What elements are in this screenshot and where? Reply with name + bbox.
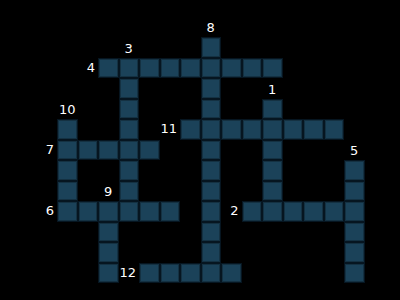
crossword-cell-r8c2[interactable]: [98, 201, 119, 222]
crossword-cell-r5c4[interactable]: [139, 140, 160, 161]
crossword-cell-r1c2[interactable]: [98, 58, 119, 79]
crossword-cell-r7c10[interactable]: [262, 181, 283, 202]
clue-number-2: 2: [207, 204, 239, 218]
clue-number-12: 12: [104, 266, 136, 280]
crossword-cell-r7c14[interactable]: [344, 181, 365, 202]
crossword-cell-r8c1[interactable]: [78, 201, 99, 222]
crossword-cell-r0c7[interactable]: [201, 37, 222, 58]
crossword-cell-r4c8[interactable]: [221, 119, 242, 140]
clue-number-8: 8: [207, 21, 215, 35]
crossword-cell-r11c6[interactable]: [180, 263, 201, 284]
crossword-cell-r4c6[interactable]: [180, 119, 201, 140]
crossword-cell-r4c9[interactable]: [242, 119, 263, 140]
crossword-cell-r5c1[interactable]: [78, 140, 99, 161]
crossword-cell-r4c0[interactable]: [57, 119, 78, 140]
clue-number-6: 6: [22, 204, 54, 218]
crossword-cell-r1c8[interactable]: [221, 58, 242, 79]
crossword-cell-r1c4[interactable]: [139, 58, 160, 79]
crossword-cell-r11c5[interactable]: [160, 263, 181, 284]
crossword-cell-r11c7[interactable]: [201, 263, 222, 284]
crossword-cell-r1c6[interactable]: [180, 58, 201, 79]
crossword-cell-r11c4[interactable]: [139, 263, 160, 284]
crossword-cell-r8c11[interactable]: [283, 201, 304, 222]
crossword-cell-r7c0[interactable]: [57, 181, 78, 202]
crossword-screen: 123456789101112: [0, 0, 400, 300]
crossword-cell-r4c11[interactable]: [283, 119, 304, 140]
crossword-cell-r9c7[interactable]: [201, 222, 222, 243]
crossword-cell-r8c10[interactable]: [262, 201, 283, 222]
crossword-cell-r8c9[interactable]: [242, 201, 263, 222]
crossword-cell-r8c12[interactable]: [303, 201, 324, 222]
clue-number-1: 1: [268, 83, 276, 97]
crossword-cell-r4c10[interactable]: [262, 119, 283, 140]
clue-number-9: 9: [104, 185, 112, 199]
crossword-cell-r10c14[interactable]: [344, 242, 365, 263]
crossword-cell-r2c7[interactable]: [201, 78, 222, 99]
crossword-cell-r9c2[interactable]: [98, 222, 119, 243]
crossword-board: 123456789101112: [57, 37, 365, 283]
crossword-cell-r5c10[interactable]: [262, 140, 283, 161]
crossword-cell-r10c7[interactable]: [201, 242, 222, 263]
crossword-cell-r5c2[interactable]: [98, 140, 119, 161]
crossword-cell-r3c3[interactable]: [119, 99, 140, 120]
clue-number-4: 4: [63, 61, 95, 75]
crossword-cell-r8c13[interactable]: [324, 201, 345, 222]
crossword-cell-r11c8[interactable]: [221, 263, 242, 284]
crossword-cell-r5c7[interactable]: [201, 140, 222, 161]
crossword-cell-r3c10[interactable]: [262, 99, 283, 120]
crossword-cell-r6c3[interactable]: [119, 160, 140, 181]
crossword-cell-r2c3[interactable]: [119, 78, 140, 99]
clue-number-11: 11: [145, 122, 177, 136]
crossword-cell-r8c4[interactable]: [139, 201, 160, 222]
crossword-cell-r1c5[interactable]: [160, 58, 181, 79]
crossword-cell-r1c9[interactable]: [242, 58, 263, 79]
crossword-cell-r5c3[interactable]: [119, 140, 140, 161]
crossword-cell-r6c14[interactable]: [344, 160, 365, 181]
crossword-cell-r10c2[interactable]: [98, 242, 119, 263]
clue-number-7: 7: [22, 143, 54, 157]
crossword-cell-r8c5[interactable]: [160, 201, 181, 222]
crossword-cell-r1c3[interactable]: [119, 58, 140, 79]
crossword-cell-r4c13[interactable]: [324, 119, 345, 140]
crossword-cell-r8c14[interactable]: [344, 201, 365, 222]
crossword-cell-r8c3[interactable]: [119, 201, 140, 222]
crossword-cell-r4c7[interactable]: [201, 119, 222, 140]
crossword-cell-r9c14[interactable]: [344, 222, 365, 243]
clue-number-3: 3: [125, 42, 133, 56]
crossword-cell-r8c0[interactable]: [57, 201, 78, 222]
crossword-cell-r7c3[interactable]: [119, 181, 140, 202]
clue-number-10: 10: [59, 103, 76, 117]
crossword-cell-r6c10[interactable]: [262, 160, 283, 181]
crossword-cell-r1c7[interactable]: [201, 58, 222, 79]
clue-number-5: 5: [350, 144, 358, 158]
crossword-cell-r6c7[interactable]: [201, 160, 222, 181]
crossword-cell-r4c3[interactable]: [119, 119, 140, 140]
crossword-cell-r3c7[interactable]: [201, 99, 222, 120]
crossword-cell-r11c14[interactable]: [344, 263, 365, 284]
crossword-cell-r1c10[interactable]: [262, 58, 283, 79]
crossword-cell-r4c12[interactable]: [303, 119, 324, 140]
crossword-cell-r5c0[interactable]: [57, 140, 78, 161]
crossword-cell-r6c0[interactable]: [57, 160, 78, 181]
crossword-cell-r7c7[interactable]: [201, 181, 222, 202]
